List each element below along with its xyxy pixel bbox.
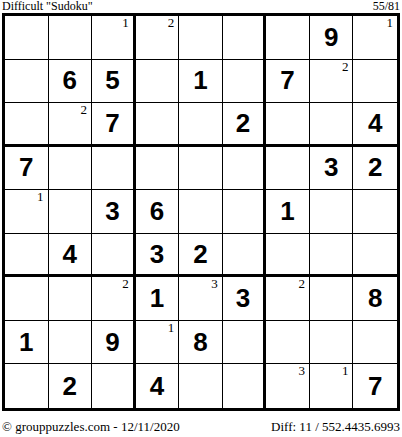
given-digit: 3 bbox=[310, 147, 353, 190]
given-digit: 6 bbox=[49, 60, 92, 103]
sudoku-cell-r2c7[interactable]: 7 bbox=[266, 60, 310, 104]
corner-mark: 1 bbox=[122, 16, 129, 30]
difficulty-text: Diff: 11 / 552.4435.6993 bbox=[271, 419, 400, 435]
sudoku-cell-r6c3[interactable] bbox=[92, 234, 136, 278]
given-digit: 2 bbox=[353, 147, 397, 190]
puzzle-title: Difficult "Sudoku" bbox=[2, 0, 93, 12]
given-digit: 9 bbox=[310, 16, 353, 59]
sudoku-cell-r3c9[interactable]: 4 bbox=[353, 103, 397, 147]
sudoku-cell-r3c7[interactable] bbox=[266, 103, 310, 147]
sudoku-cell-r4c8[interactable]: 3 bbox=[310, 147, 354, 191]
given-digit: 7 bbox=[92, 103, 133, 144]
corner-mark: 2 bbox=[298, 277, 305, 291]
sudoku-cell-r4c4[interactable] bbox=[136, 147, 180, 191]
sudoku-cell-r3c5[interactable] bbox=[179, 103, 223, 147]
given-digit: 3 bbox=[92, 190, 133, 233]
sudoku-cell-r4c6[interactable] bbox=[223, 147, 267, 191]
given-digit: 9 bbox=[92, 321, 133, 364]
sudoku-cell-r3c8[interactable] bbox=[310, 103, 354, 147]
sudoku-cell-r4c5[interactable] bbox=[179, 147, 223, 191]
sudoku-cell-r8c1[interactable]: 1 bbox=[5, 321, 49, 365]
given-digit: 7 bbox=[353, 364, 397, 408]
corner-mark: 3 bbox=[211, 277, 218, 291]
sudoku-cell-r8c8[interactable] bbox=[310, 321, 354, 365]
given-digit: 7 bbox=[266, 60, 309, 103]
sudoku-cell-r8c7[interactable] bbox=[266, 321, 310, 365]
given-digit: 4 bbox=[353, 103, 397, 144]
sudoku-cell-r5c6[interactable] bbox=[223, 190, 267, 234]
sudoku-cell-r5c9[interactable] bbox=[353, 190, 397, 234]
sudoku-cell-r7c9[interactable]: 8 bbox=[353, 277, 397, 321]
sudoku-cell-r5c8[interactable] bbox=[310, 190, 354, 234]
sudoku-cell-r3c2[interactable]: 2 bbox=[49, 103, 93, 147]
sudoku-cell-r8c6[interactable] bbox=[223, 321, 267, 365]
sudoku-cell-r1c8[interactable]: 9 bbox=[310, 16, 354, 60]
sudoku-cell-r9c1[interactable] bbox=[5, 364, 49, 408]
given-digit: 3 bbox=[136, 234, 179, 275]
sudoku-cell-r4c3[interactable] bbox=[92, 147, 136, 191]
sudoku-cell-r4c9[interactable]: 2 bbox=[353, 147, 397, 191]
sudoku-cell-r7c8[interactable] bbox=[310, 277, 354, 321]
sudoku-board: 12916517227247321361432213328191824317 bbox=[2, 13, 400, 411]
given-digit: 2 bbox=[49, 364, 92, 408]
given-digit: 3 bbox=[223, 277, 264, 320]
cell-counter: 55/81 bbox=[373, 0, 400, 12]
given-digit: 8 bbox=[179, 321, 222, 364]
sudoku-page: Difficult "Sudoku" 55/81 129165172272473… bbox=[0, 0, 402, 437]
given-digit: 4 bbox=[136, 364, 179, 408]
sudoku-cell-r2c8[interactable]: 2 bbox=[310, 60, 354, 104]
corner-mark: 3 bbox=[298, 364, 305, 378]
sudoku-cell-r9c4[interactable]: 4 bbox=[136, 364, 180, 408]
sudoku-cell-r4c1[interactable]: 7 bbox=[5, 147, 49, 191]
sudoku-cell-r9c2[interactable]: 2 bbox=[49, 364, 93, 408]
sudoku-cell-r5c4[interactable]: 6 bbox=[136, 190, 180, 234]
given-digit: 8 bbox=[353, 277, 397, 320]
given-digit: 1 bbox=[5, 321, 48, 364]
sudoku-cell-r2c9[interactable] bbox=[353, 60, 397, 104]
sudoku-cell-r9c5[interactable] bbox=[179, 364, 223, 408]
sudoku-cell-r1c3[interactable]: 1 bbox=[92, 16, 136, 60]
sudoku-cell-r2c3[interactable]: 5 bbox=[92, 60, 136, 104]
sudoku-cell-r7c2[interactable] bbox=[49, 277, 93, 321]
sudoku-cell-r2c6[interactable] bbox=[223, 60, 267, 104]
sudoku-cell-r7c7[interactable]: 2 bbox=[266, 277, 310, 321]
corner-mark: 2 bbox=[168, 16, 175, 30]
sudoku-cell-r8c5[interactable]: 8 bbox=[179, 321, 223, 365]
sudoku-cell-r7c4[interactable]: 1 bbox=[136, 277, 180, 321]
corner-mark: 1 bbox=[387, 16, 394, 30]
sudoku-cell-r1c4[interactable]: 2 bbox=[136, 16, 180, 60]
sudoku-cell-r6c7[interactable] bbox=[266, 234, 310, 278]
sudoku-cell-r3c6[interactable]: 2 bbox=[223, 103, 267, 147]
sudoku-cell-r9c7[interactable]: 3 bbox=[266, 364, 310, 408]
sudoku-cell-r9c8[interactable]: 1 bbox=[310, 364, 354, 408]
sudoku-cell-r7c3[interactable]: 2 bbox=[92, 277, 136, 321]
sudoku-cell-r3c1[interactable] bbox=[5, 103, 49, 147]
given-digit: 2 bbox=[223, 103, 264, 144]
sudoku-cell-r5c5[interactable] bbox=[179, 190, 223, 234]
sudoku-cell-r1c9[interactable]: 1 bbox=[353, 16, 397, 60]
sudoku-cell-r5c3[interactable]: 3 bbox=[92, 190, 136, 234]
sudoku-cell-r8c2[interactable] bbox=[49, 321, 93, 365]
corner-mark: 1 bbox=[342, 364, 349, 378]
corner-mark: 1 bbox=[37, 190, 44, 204]
corner-mark: 2 bbox=[342, 60, 349, 74]
given-digit: 4 bbox=[49, 234, 92, 275]
corner-mark: 2 bbox=[81, 103, 88, 117]
footer: © grouppuzzles.com - 12/11/2020 Diff: 11… bbox=[0, 419, 402, 435]
sudoku-cell-r1c7[interactable] bbox=[266, 16, 310, 60]
corner-mark: 2 bbox=[122, 277, 129, 291]
sudoku-cell-r6c4[interactable]: 3 bbox=[136, 234, 180, 278]
sudoku-cell-r5c1[interactable]: 1 bbox=[5, 190, 49, 234]
sudoku-cell-r9c3[interactable] bbox=[92, 364, 136, 408]
sudoku-cell-r9c9[interactable]: 7 bbox=[353, 364, 397, 408]
sudoku-cell-r3c3[interactable]: 7 bbox=[92, 103, 136, 147]
sudoku-cell-r7c1[interactable] bbox=[5, 277, 49, 321]
sudoku-cell-r1c5[interactable] bbox=[179, 16, 223, 60]
sudoku-cell-r6c1[interactable] bbox=[5, 234, 49, 278]
sudoku-cell-r7c6[interactable]: 3 bbox=[223, 277, 267, 321]
sudoku-cell-r1c1[interactable] bbox=[5, 16, 49, 60]
given-digit: 6 bbox=[136, 190, 179, 233]
sudoku-cell-r2c5[interactable]: 1 bbox=[179, 60, 223, 104]
header: Difficult "Sudoku" 55/81 bbox=[0, 0, 402, 12]
sudoku-cell-r6c9[interactable] bbox=[353, 234, 397, 278]
sudoku-cell-r5c2[interactable] bbox=[49, 190, 93, 234]
copyright-text: © grouppuzzles.com - 12/11/2020 bbox=[2, 419, 180, 435]
given-digit: 2 bbox=[179, 234, 222, 275]
sudoku-cell-r4c2[interactable] bbox=[49, 147, 93, 191]
sudoku-cell-r6c8[interactable] bbox=[310, 234, 354, 278]
sudoku-cell-r3c4[interactable] bbox=[136, 103, 180, 147]
corner-mark: 1 bbox=[168, 321, 175, 335]
sudoku-cell-r8c9[interactable] bbox=[353, 321, 397, 365]
given-digit: 1 bbox=[179, 60, 222, 103]
sudoku-cell-r6c6[interactable] bbox=[223, 234, 267, 278]
sudoku-cell-r5c7[interactable]: 1 bbox=[266, 190, 310, 234]
sudoku-cell-r1c2[interactable] bbox=[49, 16, 93, 60]
sudoku-cell-r6c2[interactable]: 4 bbox=[49, 234, 93, 278]
given-digit: 5 bbox=[92, 60, 133, 103]
given-digit: 7 bbox=[5, 147, 48, 190]
sudoku-cell-r1c6[interactable] bbox=[223, 16, 267, 60]
sudoku-cell-r4c7[interactable] bbox=[266, 147, 310, 191]
sudoku-cell-r8c4[interactable]: 1 bbox=[136, 321, 180, 365]
sudoku-cell-r7c5[interactable]: 3 bbox=[179, 277, 223, 321]
sudoku-cell-r9c6[interactable] bbox=[223, 364, 267, 408]
sudoku-cell-r8c3[interactable]: 9 bbox=[92, 321, 136, 365]
sudoku-cell-r2c1[interactable] bbox=[5, 60, 49, 104]
sudoku-cell-r2c2[interactable]: 6 bbox=[49, 60, 93, 104]
given-digit: 1 bbox=[266, 190, 309, 233]
sudoku-cell-r2c4[interactable] bbox=[136, 60, 180, 104]
sudoku-cell-r6c5[interactable]: 2 bbox=[179, 234, 223, 278]
given-digit: 1 bbox=[136, 277, 179, 320]
